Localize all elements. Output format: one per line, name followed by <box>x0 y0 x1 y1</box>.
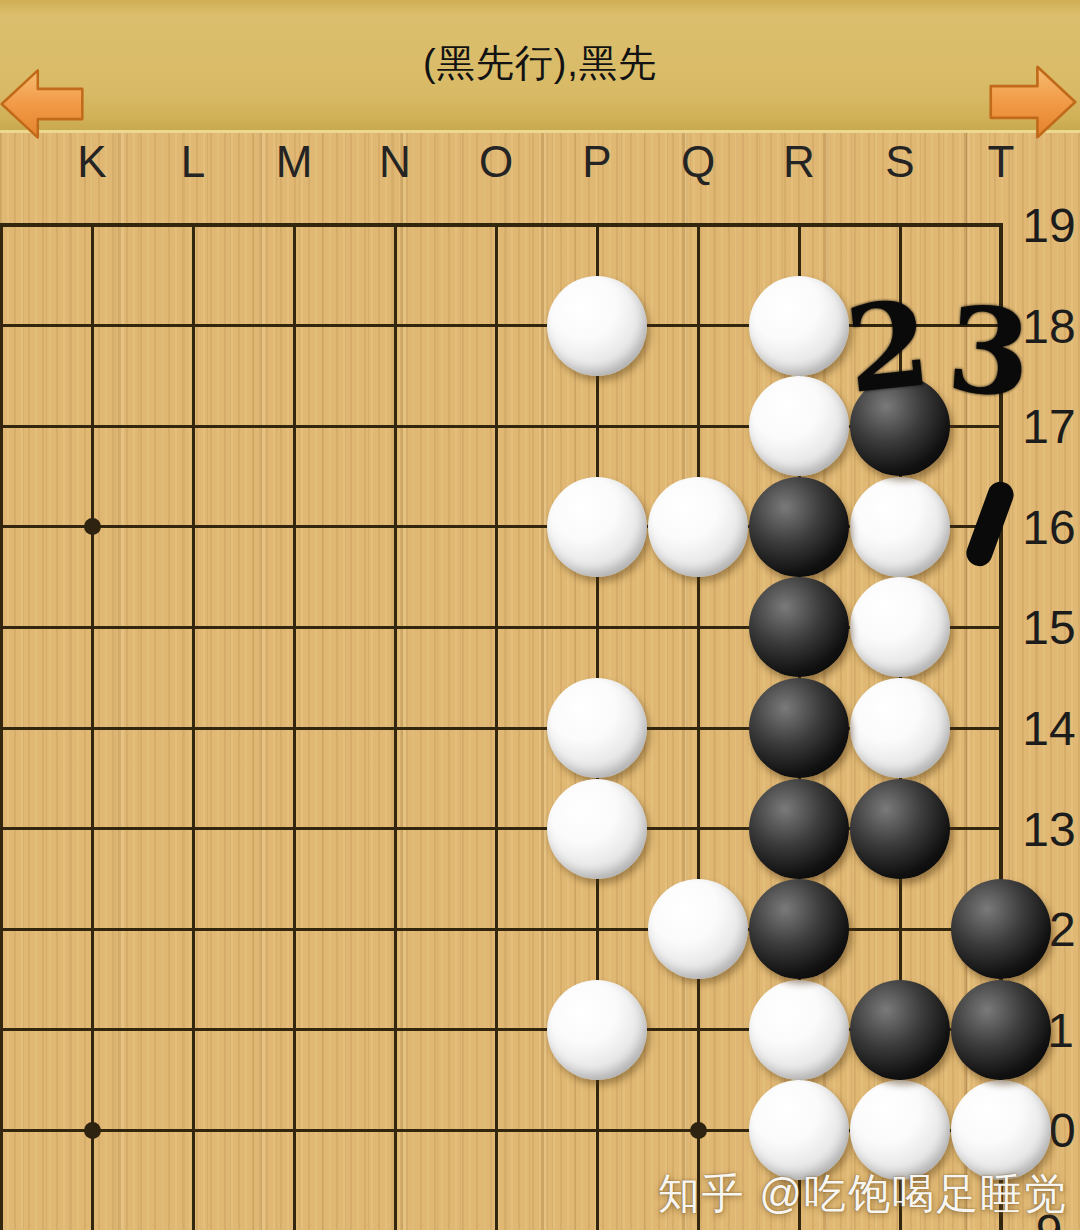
row-label-14: 14 <box>1022 701 1075 756</box>
black-stone-R13 <box>749 779 849 879</box>
column-label-R: R <box>783 137 815 187</box>
column-label-O: O <box>479 137 513 187</box>
black-stone-R16 <box>749 477 849 577</box>
white-stone-S16 <box>850 477 950 577</box>
black-stone-R15 <box>749 577 849 677</box>
problem-title: (黑先行),黑先 <box>0 38 1080 89</box>
arrow-left-icon <box>0 134 84 151</box>
star-point-Q10 <box>690 1122 707 1139</box>
next-button[interactable] <box>986 58 1080 150</box>
grid-line-row-12 <box>0 928 1003 931</box>
white-stone-R11 <box>749 980 849 1080</box>
handwritten-move-2: 2 <box>841 284 935 410</box>
star-point-K10 <box>84 1122 101 1139</box>
black-stone-R12 <box>749 879 849 979</box>
row-label-13: 13 <box>1022 801 1075 856</box>
white-stone-R17 <box>749 376 849 476</box>
arrow-right-icon <box>986 132 1080 149</box>
grid-line-row-19 <box>0 223 1003 227</box>
column-label-P: P <box>582 137 611 187</box>
white-stone-P11 <box>547 980 647 1080</box>
column-label-S: S <box>885 137 914 187</box>
row-label-16: 16 <box>1022 499 1075 554</box>
white-stone-S14 <box>850 678 950 778</box>
column-label-M: M <box>276 137 313 187</box>
white-stone-P18 <box>547 276 647 376</box>
handwritten-move-3: 3 <box>944 290 1034 413</box>
black-stone-T12 <box>951 879 1051 979</box>
column-label-N: N <box>379 137 411 187</box>
white-stone-P13 <box>547 779 647 879</box>
row-label-19: 19 <box>1022 198 1075 253</box>
black-stone-R14 <box>749 678 849 778</box>
white-stone-R18 <box>749 276 849 376</box>
white-stone-Q12 <box>648 879 748 979</box>
go-board[interactable]: KLMNOPQRST19181716151413121110923 <box>0 0 1080 1230</box>
star-point-K16 <box>84 518 101 535</box>
watermark: 知乎 @吃饱喝足睡觉 <box>658 1166 1068 1222</box>
black-stone-S13 <box>850 779 950 879</box>
black-stone-T11 <box>951 980 1051 1080</box>
column-label-Q: Q <box>681 137 715 187</box>
column-label-L: L <box>181 137 205 187</box>
white-stone-Q16 <box>648 477 748 577</box>
row-label-17: 17 <box>1022 399 1075 454</box>
previous-button[interactable] <box>0 60 84 152</box>
white-stone-P16 <box>547 477 647 577</box>
white-stone-P14 <box>547 678 647 778</box>
row-label-15: 15 <box>1022 600 1075 655</box>
handwritten-move-1 <box>963 478 1018 570</box>
white-stone-S15 <box>850 577 950 677</box>
title-bar: (黑先行),黑先 <box>0 0 1080 133</box>
black-stone-S11 <box>850 980 950 1080</box>
